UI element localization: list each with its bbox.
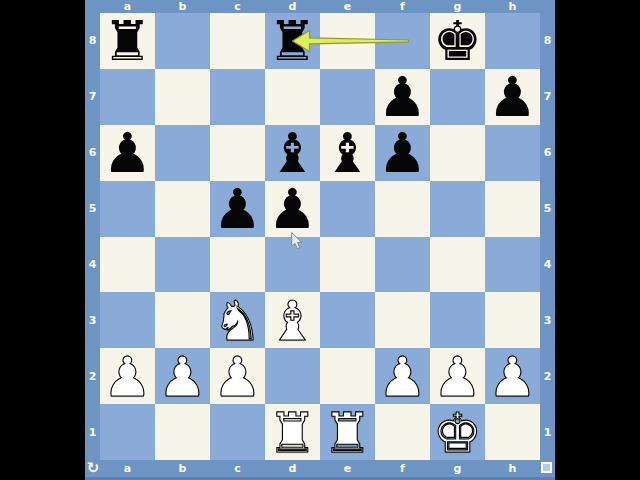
rank-label: 3 bbox=[540, 292, 555, 348]
square-e4[interactable] bbox=[320, 237, 375, 293]
square-b4[interactable] bbox=[155, 237, 210, 293]
rank-label: 2 bbox=[85, 348, 100, 404]
black-king: ♚ bbox=[433, 14, 482, 69]
rank-label: 4 bbox=[85, 237, 100, 293]
square-d3[interactable]: ♝ bbox=[265, 292, 320, 348]
rank-label: 3 bbox=[85, 292, 100, 348]
file-label: f bbox=[375, 460, 430, 477]
square-a8[interactable]: ♜ bbox=[100, 13, 155, 69]
rank-label: 4 bbox=[540, 237, 555, 293]
rank-labels-left: 87654321 bbox=[85, 13, 100, 460]
rank-label: 1 bbox=[540, 404, 555, 460]
square-f6[interactable]: ♟ bbox=[375, 125, 430, 181]
white-rook: ♜ bbox=[323, 406, 372, 461]
black-rook: ♜ bbox=[268, 14, 317, 69]
square-h2[interactable]: ♟ bbox=[485, 348, 540, 404]
square-g3[interactable] bbox=[430, 292, 485, 348]
black-bishop: ♝ bbox=[268, 126, 317, 181]
square-c1[interactable] bbox=[210, 404, 265, 460]
square-b5[interactable] bbox=[155, 181, 210, 237]
square-c7[interactable] bbox=[210, 69, 265, 125]
black-pawn: ♟ bbox=[378, 70, 427, 125]
screen: abcdefgh abcdefgh 87654321 87654321 ♜♜♚♟… bbox=[0, 0, 640, 480]
rank-label: 5 bbox=[85, 181, 100, 237]
black-pawn: ♟ bbox=[268, 182, 317, 237]
square-h6[interactable] bbox=[485, 125, 540, 181]
white-pawn: ♟ bbox=[213, 350, 262, 405]
chessboard: abcdefgh abcdefgh 87654321 87654321 ♜♜♚♟… bbox=[85, 0, 555, 480]
black-rook: ♜ bbox=[103, 14, 152, 69]
square-e2[interactable] bbox=[320, 348, 375, 404]
file-label: f bbox=[375, 0, 430, 13]
square-b7[interactable] bbox=[155, 69, 210, 125]
rank-label: 7 bbox=[540, 69, 555, 125]
file-label: h bbox=[485, 460, 540, 477]
square-h3[interactable] bbox=[485, 292, 540, 348]
square-a6[interactable]: ♟ bbox=[100, 125, 155, 181]
file-label: b bbox=[155, 460, 210, 477]
rank-label: 7 bbox=[85, 69, 100, 125]
black-pawn: ♟ bbox=[213, 182, 262, 237]
black-bishop: ♝ bbox=[323, 126, 372, 181]
white-king: ♚ bbox=[433, 406, 482, 461]
square-g5[interactable] bbox=[430, 181, 485, 237]
board-squares: ♜♜♚♟♟♟♝♝♟♟♟♞♝♟♟♟♟♟♟♜♜♚ bbox=[100, 13, 540, 460]
square-f3[interactable] bbox=[375, 292, 430, 348]
file-label: e bbox=[320, 0, 375, 13]
black-pawn: ♟ bbox=[488, 70, 537, 125]
white-pawn: ♟ bbox=[488, 350, 537, 405]
square-b2[interactable]: ♟ bbox=[155, 348, 210, 404]
rank-label: 5 bbox=[540, 181, 555, 237]
square-d4[interactable] bbox=[265, 237, 320, 293]
square-f1[interactable] bbox=[375, 404, 430, 460]
square-h1[interactable] bbox=[485, 404, 540, 460]
square-h8[interactable] bbox=[485, 13, 540, 69]
rank-label: 1 bbox=[85, 404, 100, 460]
file-label: h bbox=[485, 0, 540, 13]
white-rook: ♜ bbox=[268, 406, 317, 461]
white-pawn: ♟ bbox=[158, 350, 207, 405]
square-e7[interactable] bbox=[320, 69, 375, 125]
black-pawn: ♟ bbox=[103, 126, 152, 181]
square-f8[interactable] bbox=[375, 13, 430, 69]
square-h7[interactable]: ♟ bbox=[485, 69, 540, 125]
file-label: c bbox=[210, 0, 265, 13]
square-f5[interactable] bbox=[375, 181, 430, 237]
stop-square-icon[interactable] bbox=[541, 462, 552, 473]
square-b3[interactable] bbox=[155, 292, 210, 348]
square-a5[interactable] bbox=[100, 181, 155, 237]
square-d6[interactable]: ♝ bbox=[265, 125, 320, 181]
square-d5[interactable]: ♟ bbox=[265, 181, 320, 237]
rank-label: 8 bbox=[540, 13, 555, 69]
rank-labels-right: 87654321 bbox=[540, 13, 555, 460]
square-e6[interactable]: ♝ bbox=[320, 125, 375, 181]
white-pawn: ♟ bbox=[378, 350, 427, 405]
square-a3[interactable] bbox=[100, 292, 155, 348]
square-d7[interactable] bbox=[265, 69, 320, 125]
square-a4[interactable] bbox=[100, 237, 155, 293]
square-a2[interactable]: ♟ bbox=[100, 348, 155, 404]
square-b8[interactable] bbox=[155, 13, 210, 69]
rank-label: 8 bbox=[85, 13, 100, 69]
white-bishop: ♝ bbox=[268, 294, 317, 349]
file-label: a bbox=[100, 460, 155, 477]
square-a7[interactable] bbox=[100, 69, 155, 125]
rank-label: 2 bbox=[540, 348, 555, 404]
file-label: c bbox=[210, 460, 265, 477]
square-c8[interactable] bbox=[210, 13, 265, 69]
square-c4[interactable] bbox=[210, 237, 265, 293]
white-pawn: ♟ bbox=[103, 350, 152, 405]
rank-label: 6 bbox=[85, 125, 100, 181]
square-g1[interactable]: ♚ bbox=[430, 404, 485, 460]
square-c2[interactable]: ♟ bbox=[210, 348, 265, 404]
square-e8[interactable] bbox=[320, 13, 375, 69]
square-a1[interactable] bbox=[100, 404, 155, 460]
square-c3[interactable]: ♞ bbox=[210, 292, 265, 348]
square-h4[interactable] bbox=[485, 237, 540, 293]
square-b1[interactable] bbox=[155, 404, 210, 460]
square-g2[interactable]: ♟ bbox=[430, 348, 485, 404]
square-b6[interactable] bbox=[155, 125, 210, 181]
square-g4[interactable] bbox=[430, 237, 485, 293]
square-f4[interactable] bbox=[375, 237, 430, 293]
rank-label: 6 bbox=[540, 125, 555, 181]
flip-board-button[interactable]: ↻ bbox=[85, 459, 101, 477]
square-c5[interactable]: ♟ bbox=[210, 181, 265, 237]
square-d8[interactable]: ♜ bbox=[265, 13, 320, 69]
file-label: b bbox=[155, 0, 210, 13]
white-pawn: ♟ bbox=[433, 350, 482, 405]
square-f2[interactable]: ♟ bbox=[375, 348, 430, 404]
square-g6[interactable] bbox=[430, 125, 485, 181]
square-g7[interactable] bbox=[430, 69, 485, 125]
square-h5[interactable] bbox=[485, 181, 540, 237]
square-f7[interactable]: ♟ bbox=[375, 69, 430, 125]
square-d1[interactable]: ♜ bbox=[265, 404, 320, 460]
square-g8[interactable]: ♚ bbox=[430, 13, 485, 69]
square-d2[interactable] bbox=[265, 348, 320, 404]
white-knight: ♞ bbox=[213, 294, 262, 349]
black-pawn: ♟ bbox=[378, 126, 427, 181]
square-e5[interactable] bbox=[320, 181, 375, 237]
square-e1[interactable]: ♜ bbox=[320, 404, 375, 460]
square-e3[interactable] bbox=[320, 292, 375, 348]
flip-board-icon: ↻ bbox=[87, 459, 100, 477]
square-c6[interactable] bbox=[210, 125, 265, 181]
